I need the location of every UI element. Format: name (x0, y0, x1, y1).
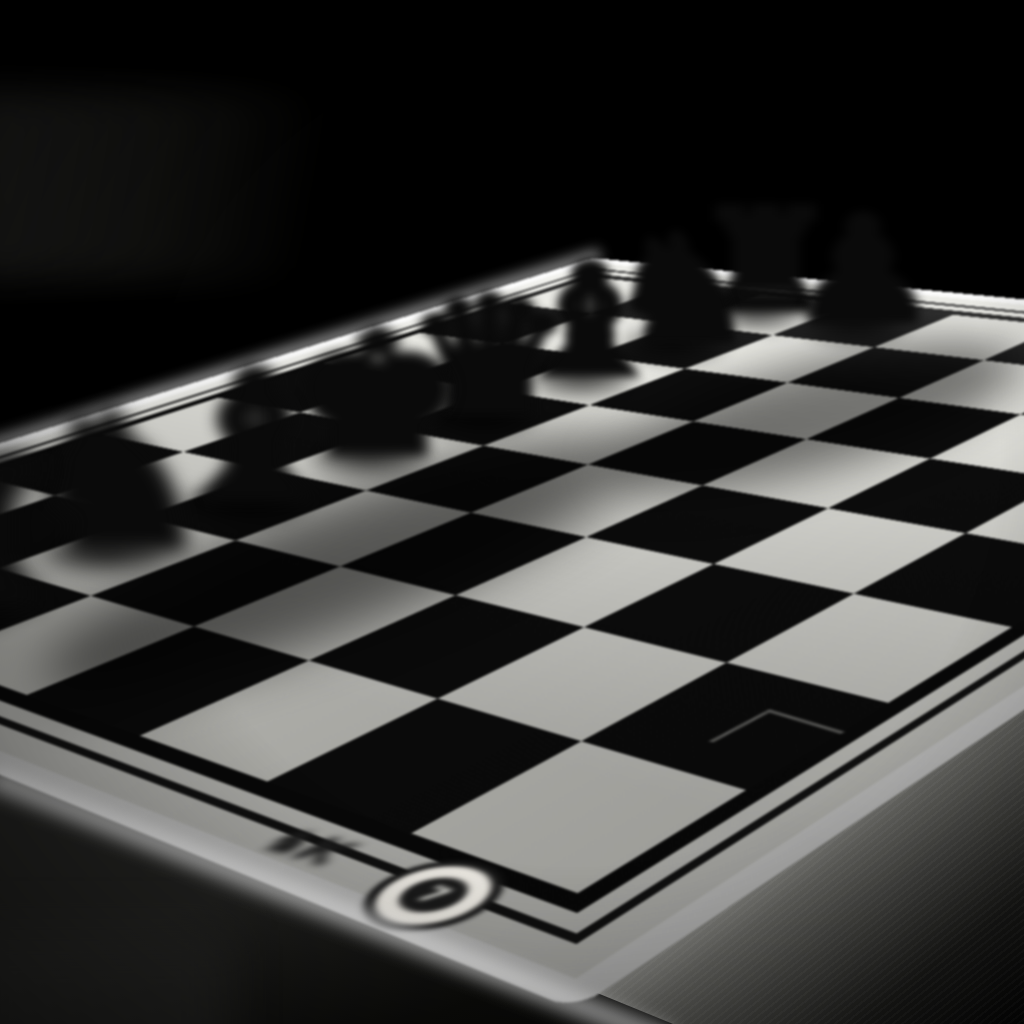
piece-glyph: ♟ (787, 198, 939, 342)
photo-scene: ♞K 7 ♜♟♞♝♛♚♝♞♜ (0, 0, 1024, 1024)
piece-glyph: ♜ (0, 438, 68, 635)
pieces-layer: ♜♟♞♝♛♚♝♞♜ (0, 0, 1024, 1024)
